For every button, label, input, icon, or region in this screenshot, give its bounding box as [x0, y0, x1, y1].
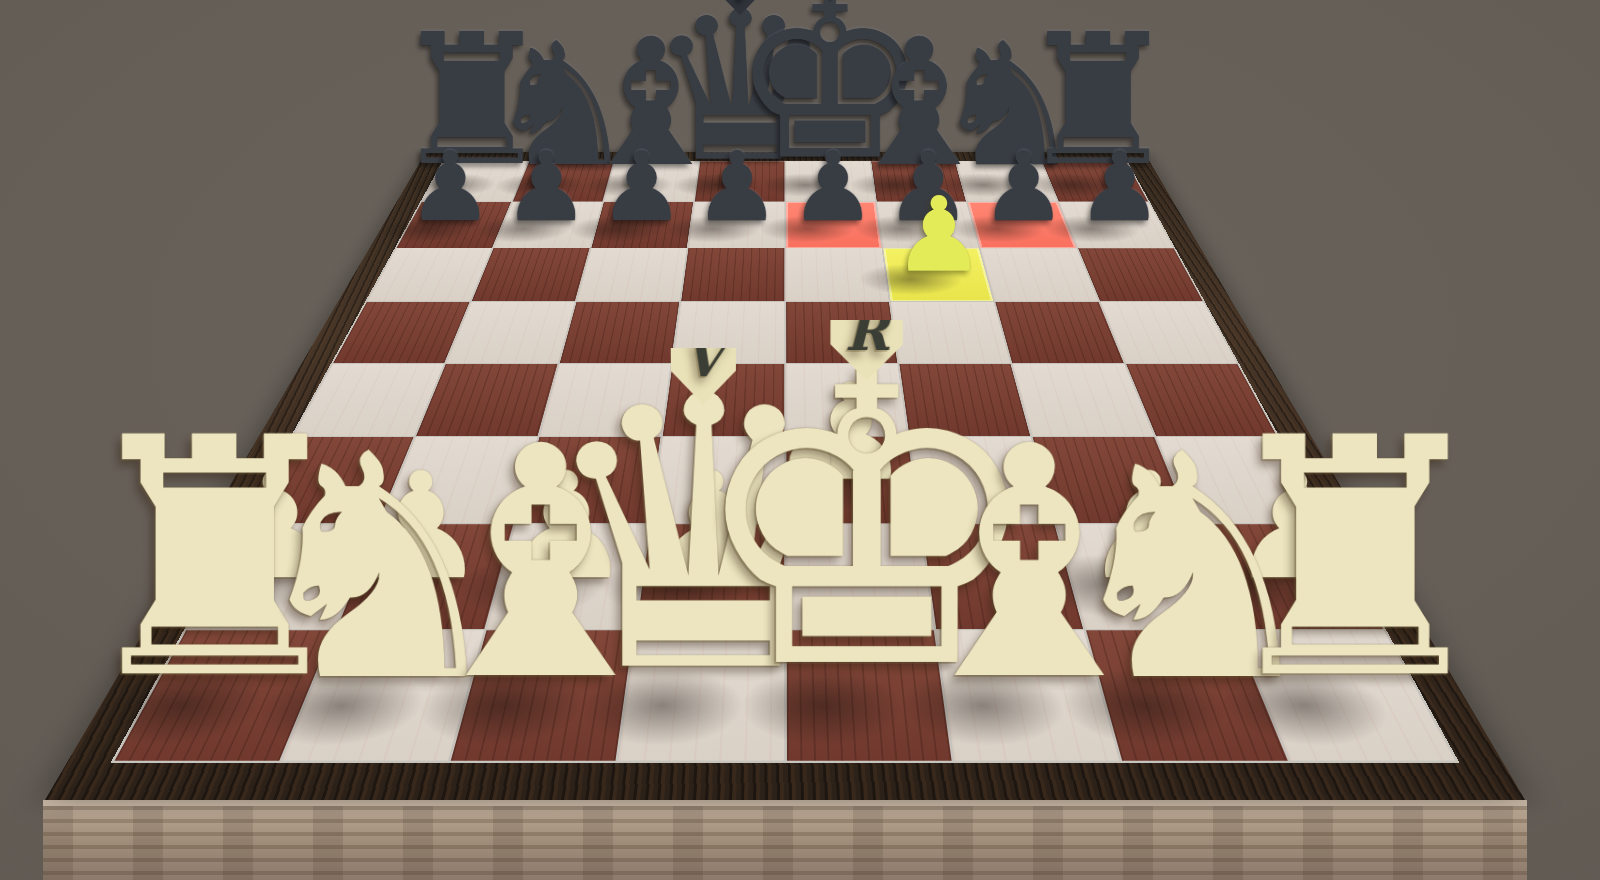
square-c6[interactable] [577, 248, 687, 301]
piece-glyph: ♟ [893, 183, 986, 287]
game-scene: ♜♞♝♛V♚R♝♞♜♟♟♟♟♟♟♟♟♟♟♟♟♟♟♟♟♜♞♝♛V♚R♝♞♜ [0, 0, 1600, 880]
square-b6[interactable] [472, 248, 589, 301]
square-h7[interactable]: ♟ [1059, 202, 1174, 248]
piece-glyph: ♟ [694, 139, 780, 235]
piece-glyph: ♟ [503, 139, 589, 235]
board-front-edge [43, 800, 1527, 880]
piece-glyph: ♜ [1208, 395, 1503, 724]
king-marker: R [830, 300, 903, 381]
piece-glyph: ♟ [598, 139, 684, 235]
square-e7[interactable]: ♟ [786, 202, 882, 248]
square-b7[interactable]: ♟ [494, 202, 602, 248]
square-c7[interactable]: ♟ [591, 202, 693, 248]
board-grid: ♜♞♝♛V♚R♝♞♜♟♟♟♟♟♟♟♟♟♟♟♟♟♟♟♟♜♞♝♛V♚R♝♞♜ [111, 161, 1460, 763]
piece-glyph: ♟ [790, 139, 876, 235]
square-d7[interactable]: ♟ [689, 202, 785, 248]
square-h1[interactable]: ♜ [1236, 631, 1455, 761]
piece-glyph: ♟ [1076, 139, 1162, 235]
piece-glyph: ♟ [981, 139, 1067, 235]
square-a7[interactable]: ♟ [397, 202, 512, 248]
piece-glyph: ♟ [407, 139, 493, 235]
chess-board: ♜♞♝♛V♚R♝♞♜♟♟♟♟♟♟♟♟♟♟♟♟♟♟♟♟♜♞♝♛V♚R♝♞♜ [45, 152, 1525, 800]
